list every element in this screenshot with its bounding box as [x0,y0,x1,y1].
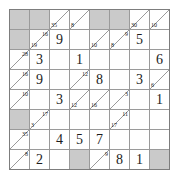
answer-digit: 3 [130,70,149,89]
answer-digit: 1 [150,90,169,109]
down-clue: 8 [111,41,114,49]
empty-cell-value [130,50,149,69]
clue-cell-r2c5: 10 [90,30,109,49]
clue-cell-r1c4: 8 [70,10,89,29]
answer-cell-r5c3[interactable]: 3 [50,90,69,109]
down-clue: 10 [91,41,97,49]
answer-cell-r7c7[interactable] [130,130,149,149]
down-clue: 6 [151,81,154,89]
answer-cell-r6c4[interactable] [70,110,89,129]
answer-cell-r8c6[interactable]: 8 [110,150,129,169]
clue-cell-r1c8: 10 [150,10,169,29]
clue-cell-r5c1: 10 [10,90,29,109]
clue-cell-r5c6: 3 [110,90,129,109]
clue-cell-r1c3: 35 [50,10,69,29]
clue-cell-r8c5: 9 [90,150,109,169]
empty-cell-value [130,130,149,149]
down-clue: 10 [151,21,157,29]
empty-cell-value [50,150,69,169]
clue-cell-r5c4: 12 [70,90,89,109]
block-cell-r8c4 [70,150,89,169]
empty-cell-value [90,50,109,69]
answer-digit: 9 [30,70,49,89]
across-clue: 12 [82,70,88,78]
answer-cell-r7c5[interactable]: 7 [90,130,109,149]
down-clue: 35 [51,21,57,29]
answer-cell-r5c8[interactable]: 1 [150,90,169,109]
clue-cell-r4c4: 12 [70,70,89,89]
answer-cell-r7c2[interactable] [30,130,49,149]
empty-cell-value [70,110,89,129]
block-cell-r1c5 [90,10,109,29]
clue-cell-r6c6: 1117 [110,110,129,129]
clue-cell-r1c7: 30 [130,10,149,29]
answer-digit: 8 [90,70,109,89]
answer-cell-r7c4[interactable]: 5 [70,130,89,149]
across-clue: 16 [42,30,48,38]
answer-cell-r2c3[interactable]: 9 [50,30,69,49]
answer-cell-r3c2[interactable]: 3 [30,50,49,69]
block-cell-r1c6 [110,10,129,29]
answer-cell-r2c7[interactable]: 5 [130,30,149,49]
answer-cell-r4c6[interactable] [110,70,129,89]
answer-digit: 5 [130,30,149,49]
answer-digit: 3 [50,90,69,109]
answer-digit: 1 [70,50,89,69]
clue-cell-r3c1: 28 [10,50,29,69]
answer-digit: 9 [50,30,69,49]
answer-cell-r6c7[interactable] [130,110,149,129]
answer-cell-r4c3[interactable] [50,70,69,89]
answer-cell-r4c5[interactable]: 8 [90,70,109,89]
answer-digit: 2 [30,150,49,169]
empty-cell-value [130,110,149,129]
clue-cell-r2c6: 98 [110,30,129,49]
empty-cell-value [130,90,149,109]
empty-cell-value [150,30,169,49]
answer-cell-r7c3[interactable]: 4 [50,130,69,149]
empty-cell-value [30,90,49,109]
answer-cell-r3c7[interactable] [130,50,149,69]
answer-cell-r2c4[interactable] [70,30,89,49]
empty-cell-value [50,110,69,129]
answer-cell-r7c6[interactable] [110,130,129,149]
answer-digit: 3 [30,50,49,69]
across-clue: 8 [25,150,28,158]
empty-cell-value [110,50,129,69]
answer-cell-r8c2[interactable]: 2 [30,150,49,169]
empty-cell-value [150,110,169,129]
clue-cell-r7c1: 35 [10,130,29,149]
across-clue: 10 [22,90,28,98]
answer-cell-r6c5[interactable] [90,110,109,129]
empty-cell-value [110,130,129,149]
clue-cell-r4c8: 6 [150,70,169,89]
answer-cell-r4c2[interactable]: 9 [30,70,49,89]
clue-cell-r5c5: 16 [90,90,109,109]
answer-cell-r6c3[interactable] [50,110,69,129]
answer-cell-r3c5[interactable] [90,50,109,69]
down-clue: 30 [131,21,137,29]
block-cell-r2c1 [10,30,29,49]
empty-cell-value [90,110,109,129]
empty-cell-value [30,130,49,149]
kakuro-board: 3583010161991098528316169128361031216311… [9,9,170,170]
answer-cell-r8c3[interactable] [50,150,69,169]
answer-digit: 1 [130,150,149,169]
across-clue: 9 [105,150,108,158]
answer-digit: 8 [110,150,129,169]
empty-cell-value [70,30,89,49]
down-clue: 16 [91,101,97,109]
answer-cell-r2c8[interactable] [150,30,169,49]
empty-cell-value [50,50,69,69]
answer-digit: 4 [50,130,69,149]
block-cell-r1c1 [10,10,29,29]
down-clue: 19 [31,41,37,49]
down-clue: 3 [31,121,34,129]
empty-cell-value [110,70,129,89]
across-clue: 16 [22,70,28,78]
answer-cell-r3c4[interactable]: 1 [70,50,89,69]
block-cell-r1c2 [30,10,49,29]
clue-cell-r8c1: 8 [10,150,29,169]
answer-cell-r3c8[interactable]: 6 [150,50,169,69]
clue-cell-r6c2: 173 [30,110,49,129]
answer-cell-r7c8[interactable] [150,130,169,149]
empty-cell-value [50,70,69,89]
across-clue: 3 [125,90,128,98]
block-cell-r6c1 [10,110,29,129]
clue-cell-r2c2: 1619 [30,30,49,49]
answer-cell-r5c7[interactable] [130,90,149,109]
answer-cell-r3c6[interactable] [110,50,129,69]
clue-cell-r4c1: 16 [10,70,29,89]
across-clue: 35 [22,130,28,138]
answer-digit: 5 [70,130,89,149]
answer-cell-r5c2[interactable] [30,90,49,109]
answer-digit: 6 [150,50,169,69]
answer-cell-r4c7[interactable]: 3 [130,70,149,89]
across-clue: 9 [125,30,128,38]
across-clue: 28 [22,50,28,58]
block-cell-r8c8 [150,150,169,169]
empty-cell-value [150,130,169,149]
answer-digit: 7 [90,130,109,149]
down-clue: 8 [71,21,74,29]
across-clue: 11 [122,110,128,118]
answer-cell-r3c3[interactable] [50,50,69,69]
down-clue: 12 [71,101,77,109]
across-clue: 17 [42,110,48,118]
answer-cell-r8c7[interactable]: 1 [130,150,149,169]
answer-cell-r6c8[interactable] [150,110,169,129]
down-clue: 17 [111,121,117,129]
